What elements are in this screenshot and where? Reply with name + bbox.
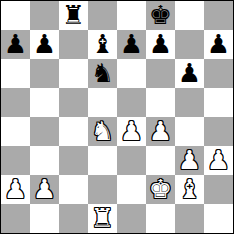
black-pawn-h7: ♟ — [207, 30, 230, 59]
square-a6[interactable] — [1, 59, 30, 88]
square-c1[interactable] — [59, 204, 88, 233]
square-f3[interactable] — [146, 146, 175, 175]
white-pawn-a2: ♟ — [4, 175, 27, 204]
square-b7[interactable]: ♟ — [30, 30, 59, 59]
black-pawn-f7: ♟ — [149, 30, 172, 59]
square-a3[interactable] — [1, 146, 30, 175]
square-g8[interactable] — [175, 1, 204, 30]
square-a1[interactable] — [1, 204, 30, 233]
white-rook-d1: ♜ — [91, 204, 114, 233]
square-g6[interactable]: ♟ — [175, 59, 204, 88]
square-g2[interactable]: ♝ — [175, 175, 204, 204]
square-d4[interactable]: ♞ — [88, 117, 117, 146]
square-c8[interactable]: ♜ — [59, 1, 88, 30]
square-c5[interactable] — [59, 88, 88, 117]
chess-board: ♜♚♟♟♝♟♟♟♞♟♞♟♟♟♟♟♟♚♝♜ — [0, 0, 234, 234]
square-b1[interactable] — [30, 204, 59, 233]
white-king-f2: ♚ — [149, 175, 172, 204]
square-b4[interactable] — [30, 117, 59, 146]
square-e2[interactable] — [117, 175, 146, 204]
white-pawn-g3: ♟ — [178, 146, 201, 175]
square-c4[interactable] — [59, 117, 88, 146]
square-g5[interactable] — [175, 88, 204, 117]
square-h7[interactable]: ♟ — [204, 30, 233, 59]
square-a5[interactable] — [1, 88, 30, 117]
square-d6[interactable]: ♞ — [88, 59, 117, 88]
square-h1[interactable] — [204, 204, 233, 233]
square-a4[interactable] — [1, 117, 30, 146]
white-pawn-b2: ♟ — [33, 175, 56, 204]
square-d8[interactable] — [88, 1, 117, 30]
square-b6[interactable] — [30, 59, 59, 88]
white-pawn-f4: ♟ — [149, 117, 172, 146]
square-c6[interactable] — [59, 59, 88, 88]
square-e5[interactable] — [117, 88, 146, 117]
square-h2[interactable] — [204, 175, 233, 204]
square-e6[interactable] — [117, 59, 146, 88]
square-d7[interactable]: ♝ — [88, 30, 117, 59]
square-d2[interactable] — [88, 175, 117, 204]
square-e4[interactable]: ♟ — [117, 117, 146, 146]
square-a2[interactable]: ♟ — [1, 175, 30, 204]
square-c3[interactable] — [59, 146, 88, 175]
square-c7[interactable] — [59, 30, 88, 59]
black-pawn-a7: ♟ — [4, 30, 27, 59]
square-f1[interactable] — [146, 204, 175, 233]
square-d5[interactable] — [88, 88, 117, 117]
square-g7[interactable] — [175, 30, 204, 59]
square-e7[interactable]: ♟ — [117, 30, 146, 59]
square-h4[interactable] — [204, 117, 233, 146]
square-f2[interactable]: ♚ — [146, 175, 175, 204]
square-h6[interactable] — [204, 59, 233, 88]
chess-diagram: ♜♚♟♟♝♟♟♟♞♟♞♟♟♟♟♟♟♚♝♜ — [0, 0, 234, 234]
square-a8[interactable] — [1, 1, 30, 30]
square-e8[interactable] — [117, 1, 146, 30]
square-f5[interactable] — [146, 88, 175, 117]
square-d1[interactable]: ♜ — [88, 204, 117, 233]
square-e1[interactable] — [117, 204, 146, 233]
square-b8[interactable] — [30, 1, 59, 30]
black-pawn-g6: ♟ — [178, 59, 201, 88]
square-g3[interactable]: ♟ — [175, 146, 204, 175]
white-pawn-e4: ♟ — [120, 117, 143, 146]
square-h8[interactable] — [204, 1, 233, 30]
square-g1[interactable] — [175, 204, 204, 233]
square-e3[interactable] — [117, 146, 146, 175]
white-pawn-h3: ♟ — [207, 146, 230, 175]
square-b2[interactable]: ♟ — [30, 175, 59, 204]
white-bishop-g2: ♝ — [178, 175, 201, 204]
square-d3[interactable] — [88, 146, 117, 175]
square-b5[interactable] — [30, 88, 59, 117]
square-f7[interactable]: ♟ — [146, 30, 175, 59]
square-h3[interactable]: ♟ — [204, 146, 233, 175]
square-f4[interactable]: ♟ — [146, 117, 175, 146]
square-b3[interactable] — [30, 146, 59, 175]
square-f6[interactable] — [146, 59, 175, 88]
black-bishop-d7: ♝ — [91, 30, 114, 59]
square-g4[interactable] — [175, 117, 204, 146]
black-pawn-b7: ♟ — [33, 30, 56, 59]
square-h5[interactable] — [204, 88, 233, 117]
square-f8[interactable]: ♚ — [146, 1, 175, 30]
black-pawn-e7: ♟ — [120, 30, 143, 59]
black-king-f8: ♚ — [149, 1, 172, 30]
black-rook-c8: ♜ — [62, 1, 85, 30]
square-a7[interactable]: ♟ — [1, 30, 30, 59]
white-knight-d4: ♞ — [91, 117, 114, 146]
square-c2[interactable] — [59, 175, 88, 204]
black-knight-d6: ♞ — [91, 59, 114, 88]
